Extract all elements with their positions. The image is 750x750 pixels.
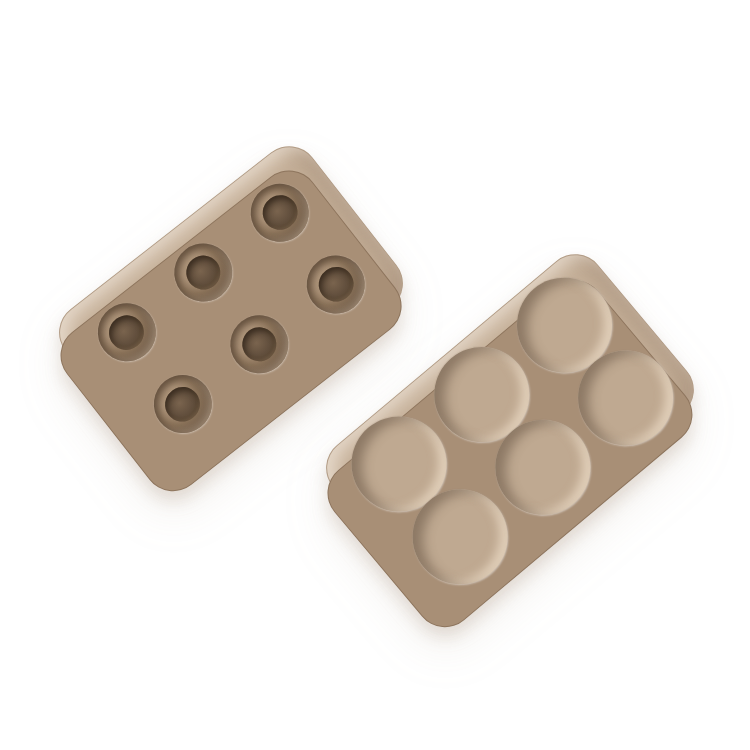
pit-hole (295, 243, 376, 324)
pit-hole-bore (235, 320, 284, 369)
tray-lower-right-wrap (337, 330, 683, 528)
pit-hole-bore (312, 260, 361, 309)
pit-hole (162, 231, 243, 312)
product-photo-scene (0, 0, 750, 750)
pit-hole (142, 363, 223, 444)
pit-hole-bore (102, 308, 151, 357)
pit-hole (239, 172, 320, 253)
pit-hole (218, 303, 299, 384)
pit-hole-bore (158, 380, 207, 429)
pit-hole (86, 291, 167, 372)
pit-hole-bore (256, 188, 305, 237)
pit-hole-bore (179, 248, 228, 297)
